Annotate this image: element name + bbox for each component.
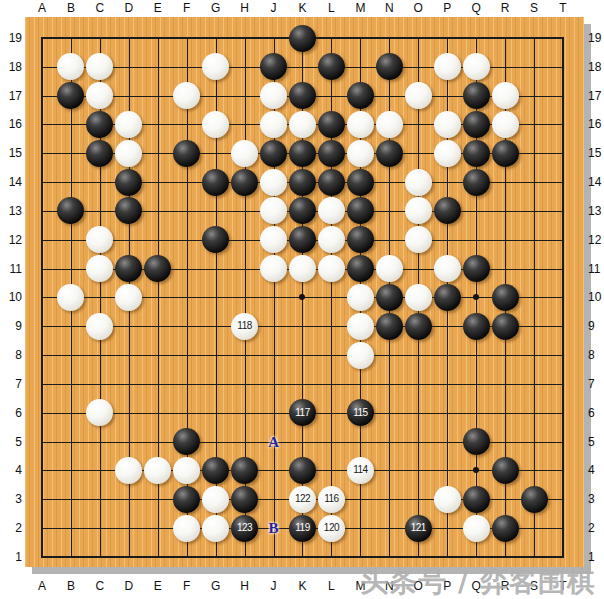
stone-black-R2 (492, 515, 519, 542)
stone-black-C16 (86, 111, 113, 138)
stone-white-M9 (347, 313, 374, 340)
coord-left-2: 2 (0, 521, 22, 535)
watermark: 头条号 / 弈客围棋 (360, 563, 596, 597)
coord-bottom-C: C (89, 579, 111, 593)
stone-black-Q14 (463, 169, 490, 196)
coord-top-T: T (552, 1, 574, 15)
coord-right-5: 5 (588, 435, 604, 449)
stone-white-G2 (202, 515, 229, 542)
stone-white-O17 (405, 82, 432, 109)
coord-right-14: 14 (588, 175, 604, 189)
stone-white-C9 (86, 313, 113, 340)
stone-black-Q17 (463, 82, 490, 109)
stone-black-E11 (144, 255, 171, 282)
coord-bottom-F: F (176, 579, 198, 593)
stone-black-K4 (289, 457, 316, 484)
stone-white-L13 (318, 197, 345, 224)
move-number-122: 122 (295, 494, 310, 504)
stone-black-R9 (492, 313, 519, 340)
coord-right-15: 15 (588, 146, 604, 160)
stone-black-G14 (202, 169, 229, 196)
stone-white-E4 (144, 457, 171, 484)
stone-black-H14 (231, 169, 258, 196)
coord-right-9: 9 (588, 319, 604, 333)
coord-bottom-B: B (60, 579, 82, 593)
move-number-120: 120 (324, 523, 339, 533)
stone-white-L11 (318, 255, 345, 282)
stone-white-R17 (492, 82, 519, 109)
stone-black-N9 (376, 313, 403, 340)
coord-top-S: S (523, 1, 545, 15)
coord-right-8: 8 (588, 348, 604, 362)
star-point-Q10 (473, 294, 479, 300)
stone-white-B18 (57, 53, 84, 80)
stone-black-D14 (115, 169, 142, 196)
stone-white-O13 (405, 197, 432, 224)
stone-black-M12 (347, 226, 374, 253)
coord-right-13: 13 (588, 204, 604, 218)
stone-white-P11 (434, 255, 461, 282)
stone-white-B10 (57, 284, 84, 311)
coord-bottom-G: G (205, 579, 227, 593)
stone-white-C17 (86, 82, 113, 109)
star-point-K10 (299, 294, 305, 300)
coord-bottom-L: L (320, 579, 342, 593)
coord-right-3: 3 (588, 492, 604, 506)
coord-top-E: E (147, 1, 169, 15)
stone-white-F2 (173, 515, 200, 542)
coord-left-11: 11 (0, 262, 22, 276)
coord-top-F: F (176, 1, 198, 15)
coord-left-12: 12 (0, 233, 22, 247)
stone-white-Q18 (463, 53, 490, 80)
stone-white-H15 (231, 140, 258, 167)
coord-top-Q: Q (465, 1, 487, 15)
stone-black-M13 (347, 197, 374, 224)
stone-white-J13 (260, 197, 287, 224)
stone-black-D11 (115, 255, 142, 282)
stone-black-L18 (318, 53, 345, 80)
coord-right-11: 11 (588, 262, 604, 276)
stone-black-F3 (173, 486, 200, 513)
coord-left-7: 7 (0, 377, 22, 391)
move-number-114: 114 (353, 465, 367, 475)
stone-white-D10 (115, 284, 142, 311)
coord-top-C: C (89, 1, 111, 15)
coord-left-14: 14 (0, 175, 22, 189)
stone-black-K2: 119 (289, 515, 316, 542)
stone-white-C11 (86, 255, 113, 282)
stone-white-P16 (434, 111, 461, 138)
move-number-119: 119 (295, 523, 309, 533)
stone-white-J17 (260, 82, 287, 109)
stone-black-D13 (115, 197, 142, 224)
stone-white-M15 (347, 140, 374, 167)
stone-black-J15 (260, 140, 287, 167)
coord-top-G: G (205, 1, 227, 15)
stone-black-K17 (289, 82, 316, 109)
coord-left-9: 9 (0, 319, 22, 333)
stone-black-Q3 (463, 486, 490, 513)
coord-top-L: L (320, 1, 342, 15)
coord-right-1: 1 (588, 550, 604, 564)
coord-bottom-A: A (31, 579, 53, 593)
letter-annotation-A: A (263, 434, 285, 450)
coord-right-7: 7 (588, 377, 604, 391)
coord-left-17: 17 (0, 89, 22, 103)
move-number-118: 118 (237, 321, 251, 331)
coord-left-15: 15 (0, 146, 22, 160)
coord-right-2: 2 (588, 521, 604, 535)
stone-white-O10 (405, 284, 432, 311)
coord-bottom-J: J (263, 579, 285, 593)
star-point-Q4 (473, 467, 479, 473)
stone-black-N15 (376, 140, 403, 167)
coord-top-J: J (263, 1, 285, 15)
stone-black-N10 (376, 284, 403, 311)
stone-white-G3 (202, 486, 229, 513)
stone-white-N16 (376, 111, 403, 138)
stone-white-N11 (376, 255, 403, 282)
grid-line-h-7 (41, 384, 564, 385)
stone-black-R4 (492, 457, 519, 484)
stone-black-L15 (318, 140, 345, 167)
stone-white-L3: 116 (318, 486, 345, 513)
coord-left-4: 4 (0, 463, 22, 477)
stone-black-Q5 (463, 428, 490, 455)
stone-black-M17 (347, 82, 374, 109)
move-number-117: 117 (295, 408, 309, 418)
coord-left-8: 8 (0, 348, 22, 362)
stone-black-K19 (289, 25, 316, 52)
coord-left-19: 19 (0, 31, 22, 45)
stone-black-K12 (289, 226, 316, 253)
stone-white-R16 (492, 111, 519, 138)
coord-top-O: O (407, 1, 429, 15)
stone-white-J12 (260, 226, 287, 253)
move-number-121: 121 (411, 523, 426, 533)
stone-black-C15 (86, 140, 113, 167)
stone-black-P10 (434, 284, 461, 311)
stone-black-Q16 (463, 111, 490, 138)
stone-white-L12 (318, 226, 345, 253)
coord-top-R: R (494, 1, 516, 15)
letter-annotation-B: B (263, 520, 285, 536)
stone-white-K3: 122 (289, 486, 316, 513)
stone-white-P18 (434, 53, 461, 80)
grid-line-h-1 (41, 556, 564, 558)
stone-black-Q9 (463, 313, 490, 340)
go-board: 118117115114122116123119120121AB (25, 17, 584, 567)
stone-white-J16 (260, 111, 287, 138)
stone-black-H3 (231, 486, 258, 513)
stone-black-L16 (318, 111, 345, 138)
coord-top-M: M (349, 1, 371, 15)
stone-white-M8 (347, 342, 374, 369)
coord-bottom-E: E (147, 579, 169, 593)
coord-top-B: B (60, 1, 82, 15)
stone-black-K13 (289, 197, 316, 224)
stone-black-G4 (202, 457, 229, 484)
coord-top-D: D (118, 1, 140, 15)
stone-white-M10 (347, 284, 374, 311)
coord-top-A: A (31, 1, 53, 15)
coord-top-H: H (234, 1, 256, 15)
stone-black-B17 (57, 82, 84, 109)
coord-bottom-H: H (234, 579, 256, 593)
move-number-123: 123 (237, 523, 252, 533)
coord-left-10: 10 (0, 290, 22, 304)
stone-white-C6 (86, 399, 113, 426)
grid-line-h-8 (41, 355, 564, 356)
stone-white-G16 (202, 111, 229, 138)
stone-black-K6: 117 (289, 399, 316, 426)
go-diagram-page: 118117115114122116123119120121AB AABBCCD… (0, 0, 604, 599)
move-number-116: 116 (324, 494, 338, 504)
stone-white-M16 (347, 111, 374, 138)
coord-top-K: K (291, 1, 313, 15)
stone-black-Q11 (463, 255, 490, 282)
stone-white-D16 (115, 111, 142, 138)
stone-white-O14 (405, 169, 432, 196)
coord-bottom-K: K (291, 579, 313, 593)
coord-left-16: 16 (0, 117, 22, 131)
stone-white-C12 (86, 226, 113, 253)
coord-top-N: N (378, 1, 400, 15)
stone-white-J11 (260, 255, 287, 282)
coord-right-16: 16 (588, 117, 604, 131)
coord-right-17: 17 (588, 89, 604, 103)
stone-black-M14 (347, 169, 374, 196)
coord-right-6: 6 (588, 406, 604, 420)
stone-white-Q2 (463, 515, 490, 542)
stone-black-L14 (318, 169, 345, 196)
coord-right-12: 12 (588, 233, 604, 247)
stone-white-H9: 118 (231, 313, 258, 340)
coord-left-13: 13 (0, 204, 22, 218)
stone-black-J18 (260, 53, 287, 80)
stone-white-F17 (173, 82, 200, 109)
stone-black-N18 (376, 53, 403, 80)
stone-black-K15 (289, 140, 316, 167)
coord-bottom-D: D (118, 579, 140, 593)
stone-white-G18 (202, 53, 229, 80)
stone-white-D4 (115, 457, 142, 484)
stone-white-K16 (289, 111, 316, 138)
stone-black-H2: 123 (231, 515, 258, 542)
coord-left-6: 6 (0, 406, 22, 420)
stone-black-O2: 121 (405, 515, 432, 542)
stone-white-P15 (434, 140, 461, 167)
stone-white-O12 (405, 226, 432, 253)
stone-white-F4 (173, 457, 200, 484)
coord-left-1: 1 (0, 550, 22, 564)
stone-black-Q15 (463, 140, 490, 167)
stone-black-O9 (405, 313, 432, 340)
stone-white-D15 (115, 140, 142, 167)
stone-white-J14 (260, 169, 287, 196)
stone-black-M6: 115 (347, 399, 374, 426)
stone-black-M11 (347, 255, 374, 282)
stone-white-C18 (86, 53, 113, 80)
stone-black-H4 (231, 457, 258, 484)
stone-black-S3 (521, 486, 548, 513)
coord-left-18: 18 (0, 60, 22, 74)
stone-black-G12 (202, 226, 229, 253)
stone-black-P13 (434, 197, 461, 224)
coord-left-3: 3 (0, 492, 22, 506)
stone-black-B13 (57, 197, 84, 224)
coord-top-P: P (436, 1, 458, 15)
stone-black-F15 (173, 140, 200, 167)
coord-right-19: 19 (588, 31, 604, 45)
coord-right-10: 10 (588, 290, 604, 304)
move-number-115: 115 (353, 408, 367, 418)
stone-white-K11 (289, 255, 316, 282)
stone-black-F5 (173, 428, 200, 455)
stone-white-M4: 114 (347, 457, 374, 484)
coord-left-5: 5 (0, 435, 22, 449)
coord-right-18: 18 (588, 60, 604, 74)
stone-black-R15 (492, 140, 519, 167)
stone-white-L2: 120 (318, 515, 345, 542)
stone-white-P3 (434, 486, 461, 513)
coord-right-4: 4 (588, 463, 604, 477)
stone-black-R10 (492, 284, 519, 311)
stone-black-K14 (289, 169, 316, 196)
